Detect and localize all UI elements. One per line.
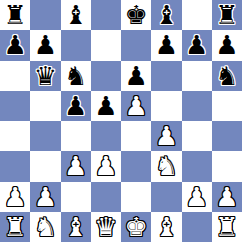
square-f2[interactable] bbox=[151, 182, 181, 212]
square-g2[interactable]: ♟ bbox=[182, 182, 212, 212]
black-bishop[interactable]: ♝ bbox=[64, 2, 87, 28]
square-d6[interactable] bbox=[91, 61, 121, 91]
white-pawn[interactable]: ♟ bbox=[3, 184, 26, 210]
square-b4[interactable] bbox=[30, 121, 60, 151]
square-b3[interactable] bbox=[30, 151, 60, 181]
square-c7[interactable] bbox=[61, 30, 91, 60]
square-h7[interactable]: ♟ bbox=[212, 30, 242, 60]
square-g3[interactable] bbox=[182, 151, 212, 181]
square-d2[interactable] bbox=[91, 182, 121, 212]
black-pawn[interactable]: ♟ bbox=[64, 93, 87, 119]
square-e7[interactable] bbox=[121, 30, 151, 60]
square-e3[interactable] bbox=[121, 151, 151, 181]
square-h3[interactable] bbox=[212, 151, 242, 181]
square-c3[interactable]: ♟ bbox=[61, 151, 91, 181]
square-d4[interactable] bbox=[91, 121, 121, 151]
square-b1[interactable]: ♞ bbox=[30, 212, 60, 242]
square-f3[interactable]: ♞ bbox=[151, 151, 181, 181]
square-h5[interactable] bbox=[212, 91, 242, 121]
white-pawn[interactable]: ♟ bbox=[64, 153, 87, 179]
square-a3[interactable] bbox=[0, 151, 30, 181]
square-g1[interactable] bbox=[182, 212, 212, 242]
square-h6[interactable]: ♞ bbox=[212, 61, 242, 91]
square-e5[interactable]: ♟ bbox=[121, 91, 151, 121]
black-pawn[interactable]: ♟ bbox=[185, 32, 208, 58]
square-g4[interactable] bbox=[182, 121, 212, 151]
square-c6[interactable]: ♞ bbox=[61, 61, 91, 91]
white-pawn[interactable]: ♟ bbox=[94, 153, 117, 179]
square-d8[interactable] bbox=[91, 0, 121, 30]
square-h4[interactable] bbox=[212, 121, 242, 151]
square-c2[interactable] bbox=[61, 182, 91, 212]
black-knight[interactable]: ♞ bbox=[215, 63, 238, 89]
square-g5[interactable] bbox=[182, 91, 212, 121]
white-bishop[interactable]: ♝ bbox=[64, 214, 87, 240]
square-b7[interactable]: ♟ bbox=[30, 30, 60, 60]
square-h2[interactable]: ♟ bbox=[212, 182, 242, 212]
white-knight[interactable]: ♞ bbox=[155, 153, 178, 179]
white-queen[interactable]: ♛ bbox=[94, 214, 117, 240]
square-d7[interactable] bbox=[91, 30, 121, 60]
square-a5[interactable] bbox=[0, 91, 30, 121]
square-b8[interactable] bbox=[30, 0, 60, 30]
square-f1[interactable]: ♝ bbox=[151, 212, 181, 242]
square-b5[interactable] bbox=[30, 91, 60, 121]
square-a2[interactable]: ♟ bbox=[0, 182, 30, 212]
square-a4[interactable] bbox=[0, 121, 30, 151]
square-a8[interactable]: ♜ bbox=[0, 0, 30, 30]
black-knight[interactable]: ♞ bbox=[64, 63, 87, 89]
white-pawn[interactable]: ♟ bbox=[34, 184, 57, 210]
square-e6[interactable]: ♟ bbox=[121, 61, 151, 91]
square-e4[interactable] bbox=[121, 121, 151, 151]
square-d1[interactable]: ♛ bbox=[91, 212, 121, 242]
black-pawn[interactable]: ♟ bbox=[94, 93, 117, 119]
black-bishop[interactable]: ♝ bbox=[155, 2, 178, 28]
square-f7[interactable]: ♟ bbox=[151, 30, 181, 60]
square-d5[interactable]: ♟ bbox=[91, 91, 121, 121]
black-pawn[interactable]: ♟ bbox=[124, 63, 147, 89]
chess-board: ♜♝♚♝♜♟♟♟♟♟♛♞♟♞♟♟♟♟♟♟♞♟♟♟♟♜♞♝♛♚♝♜ bbox=[0, 0, 242, 242]
square-c4[interactable] bbox=[61, 121, 91, 151]
square-a6[interactable] bbox=[0, 61, 30, 91]
black-king[interactable]: ♚ bbox=[124, 2, 147, 28]
white-king[interactable]: ♚ bbox=[124, 214, 147, 240]
square-g8[interactable] bbox=[182, 0, 212, 30]
black-queen[interactable]: ♛ bbox=[34, 63, 57, 89]
square-f5[interactable] bbox=[151, 91, 181, 121]
black-rook[interactable]: ♜ bbox=[215, 2, 238, 28]
black-pawn[interactable]: ♟ bbox=[3, 32, 26, 58]
black-rook[interactable]: ♜ bbox=[3, 2, 26, 28]
white-pawn[interactable]: ♟ bbox=[215, 184, 238, 210]
square-e2[interactable] bbox=[121, 182, 151, 212]
square-g7[interactable]: ♟ bbox=[182, 30, 212, 60]
black-pawn[interactable]: ♟ bbox=[215, 32, 238, 58]
black-pawn[interactable]: ♟ bbox=[34, 32, 57, 58]
square-e8[interactable]: ♚ bbox=[121, 0, 151, 30]
square-e1[interactable]: ♚ bbox=[121, 212, 151, 242]
white-rook[interactable]: ♜ bbox=[3, 214, 26, 240]
square-f4[interactable]: ♟ bbox=[151, 121, 181, 151]
square-d3[interactable]: ♟ bbox=[91, 151, 121, 181]
square-c5[interactable]: ♟ bbox=[61, 91, 91, 121]
white-knight[interactable]: ♞ bbox=[34, 214, 57, 240]
square-c1[interactable]: ♝ bbox=[61, 212, 91, 242]
square-f6[interactable] bbox=[151, 61, 181, 91]
square-c8[interactable]: ♝ bbox=[61, 0, 91, 30]
square-h8[interactable]: ♜ bbox=[212, 0, 242, 30]
white-pawn[interactable]: ♟ bbox=[185, 184, 208, 210]
square-a1[interactable]: ♜ bbox=[0, 212, 30, 242]
white-pawn[interactable]: ♟ bbox=[124, 93, 147, 119]
square-a7[interactable]: ♟ bbox=[0, 30, 30, 60]
square-g6[interactable] bbox=[182, 61, 212, 91]
square-h1[interactable]: ♜ bbox=[212, 212, 242, 242]
black-pawn[interactable]: ♟ bbox=[155, 32, 178, 58]
square-f8[interactable]: ♝ bbox=[151, 0, 181, 30]
white-rook[interactable]: ♜ bbox=[215, 214, 238, 240]
square-b2[interactable]: ♟ bbox=[30, 182, 60, 212]
white-bishop[interactable]: ♝ bbox=[155, 214, 178, 240]
white-pawn[interactable]: ♟ bbox=[155, 123, 178, 149]
square-b6[interactable]: ♛ bbox=[30, 61, 60, 91]
